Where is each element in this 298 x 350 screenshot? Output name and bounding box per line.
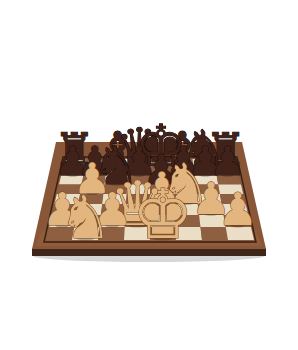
product-photo: ♜♜♝♝♞♛♚♟♟♟♟♟♟♞♟♟♞♟♟♛♟♟♟♚♞ <box>0 0 298 350</box>
piece-white-knight-b1: ♞ <box>59 183 112 252</box>
piece-white-pawn-h2: ♟ <box>218 183 259 236</box>
piece-white-king-e1: ♚ <box>132 175 193 254</box>
chess-board: ♜♜♝♝♞♛♚♟♟♟♟♟♟♞♟♟♞♟♟♛♟♟♟♚♞ <box>0 0 298 350</box>
